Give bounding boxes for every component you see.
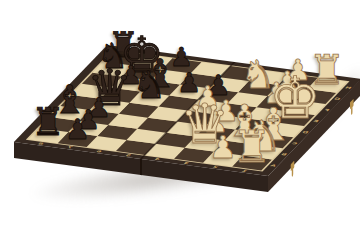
brass-clasp-icon [291, 161, 295, 172]
piece-white-rook-a1[interactable]: ♜ [232, 125, 271, 169]
piece-black-knight-e6[interactable]: ♞ [132, 66, 166, 104]
brass-clasp-icon [350, 99, 354, 110]
piece-black-pawn-a7[interactable]: ♟ [65, 116, 90, 144]
fold-seam [140, 159, 142, 175]
chess-set-photo: 12345678ABCDEFGH ♜♝♞♜♟♟♟♛♟♚♞♝♟♟♟♟♛♟♟♞♟♝♟… [0, 0, 360, 240]
piece-black-rook-a8[interactable]: ♜ [31, 103, 65, 141]
